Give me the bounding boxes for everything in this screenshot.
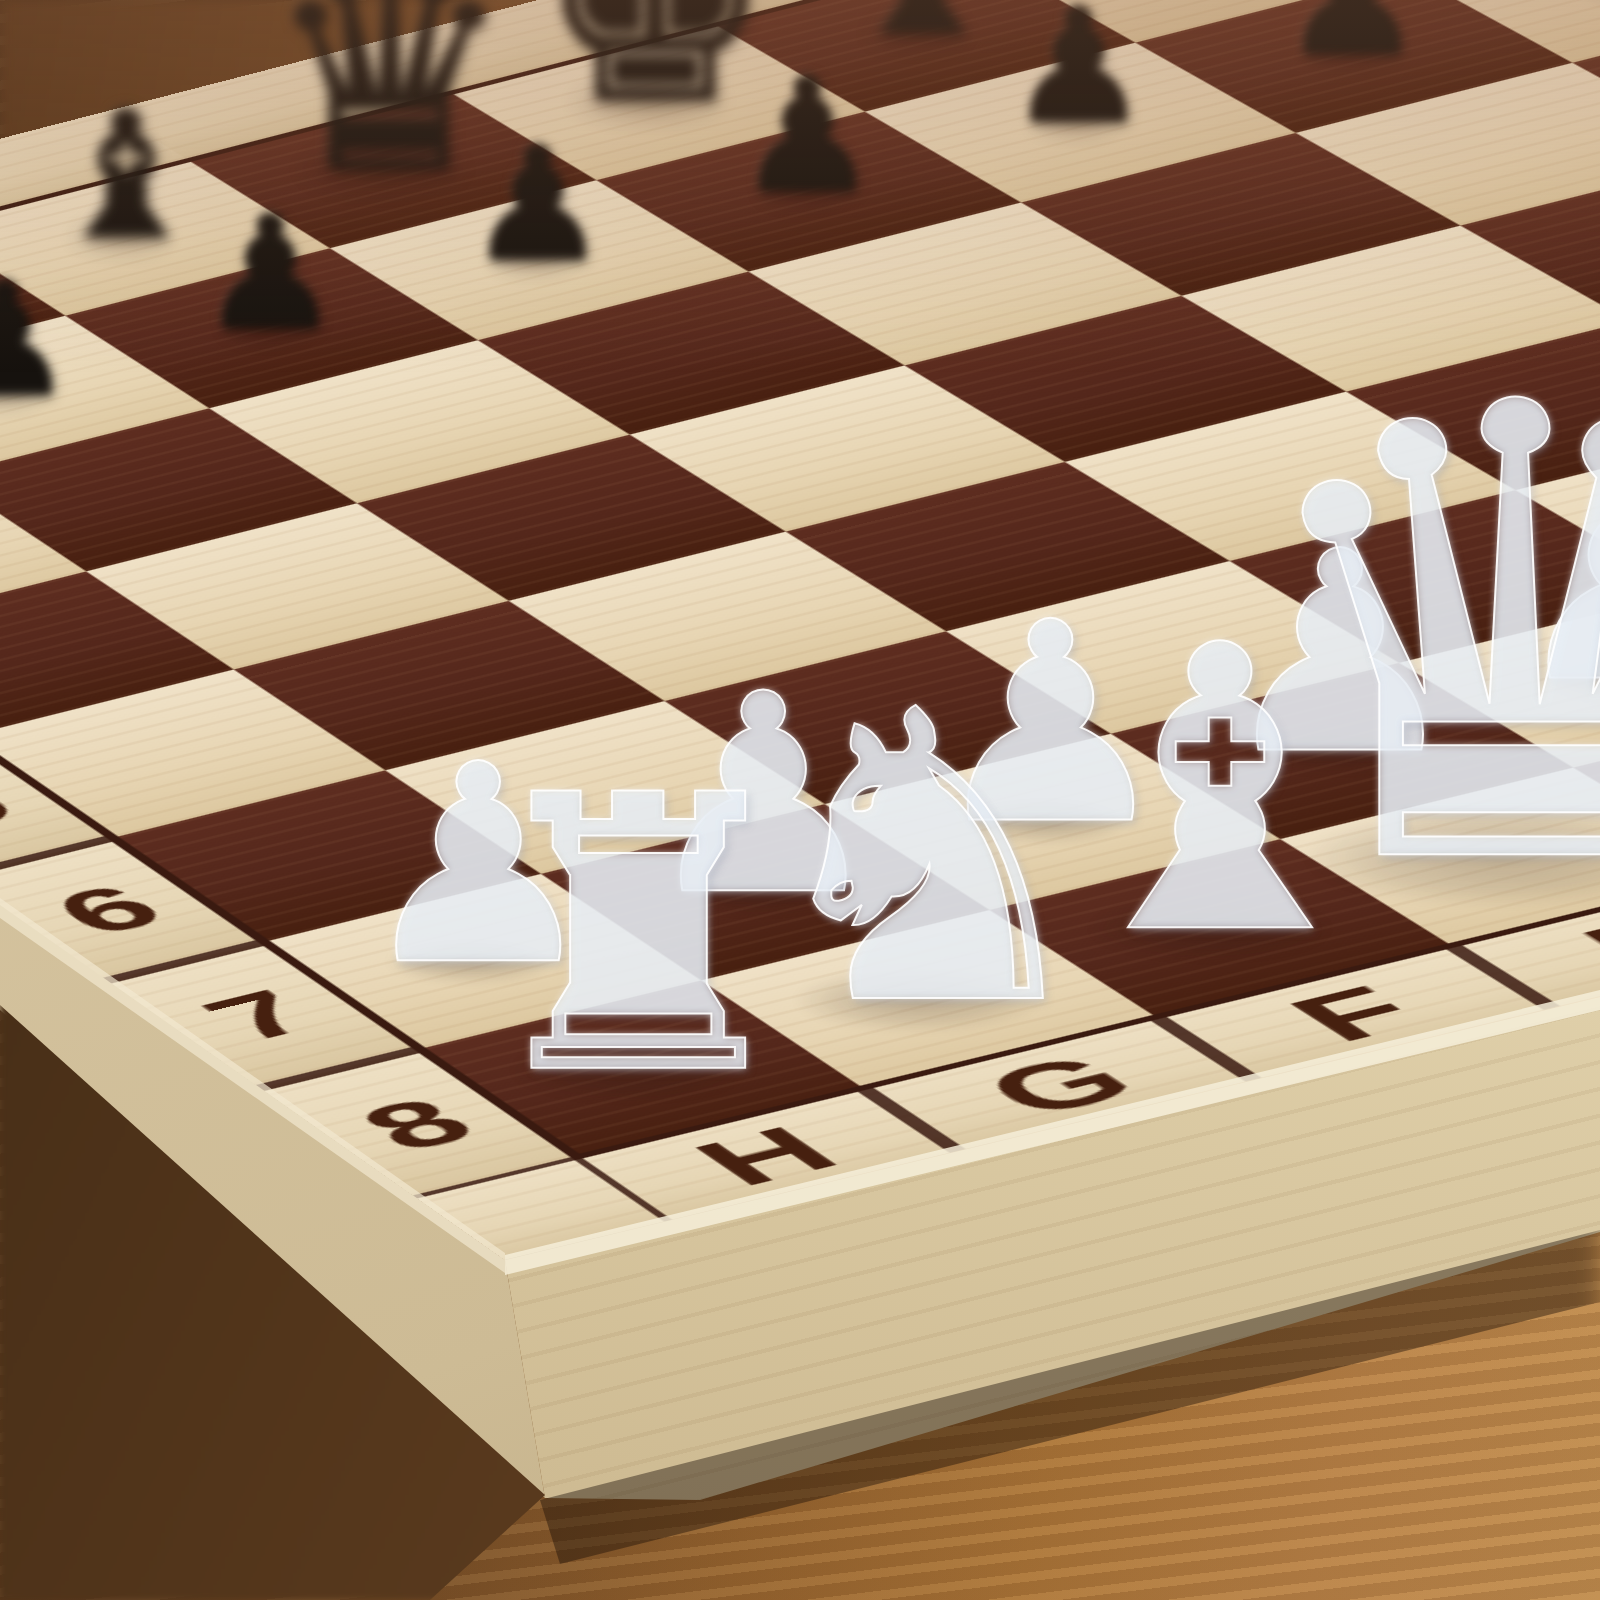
- piece-black-pawn-g2[interactable]: ♟: [0, 263, 74, 419]
- piece-white-queen-e8[interactable]: ♛: [1233, 324, 1600, 951]
- piece-black-pawn-a2[interactable]: ♟: [1556, 0, 1600, 7]
- piece-black-bishop-f1[interactable]: ♝: [47, 88, 204, 263]
- piece-black-pawn-d2[interactable]: ♟: [736, 57, 878, 215]
- chess-photo-stage: 12345678HGFEDCBA ♜♞♝♛♟♟♟♟♟♟♟♟♟♟♟♟♝♛♚♝♞: [0, 0, 1600, 1600]
- piece-black-pawn-b2[interactable]: ♟: [1281, 0, 1424, 76]
- piece-black-pawn-e2[interactable]: ♟: [467, 126, 608, 283]
- piece-black-pawn-c2[interactable]: ♟: [1008, 0, 1150, 146]
- piece-black-pawn-f2[interactable]: ♟: [200, 195, 340, 352]
